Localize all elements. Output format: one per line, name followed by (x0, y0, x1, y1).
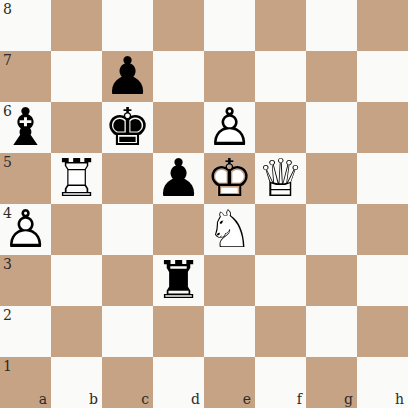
square-h2[interactable] (357, 306, 408, 357)
rank-label-7: 7 (3, 53, 12, 67)
piece-outline: ♔ (204, 153, 255, 204)
white-king-e5[interactable]: ♚♔ (204, 153, 255, 204)
square-b2[interactable] (51, 306, 102, 357)
square-g3[interactable] (306, 255, 357, 306)
square-h7[interactable] (357, 51, 408, 102)
square-h8[interactable] (357, 0, 408, 51)
square-g4[interactable] (306, 204, 357, 255)
square-f8[interactable] (255, 0, 306, 51)
piece-outline: ♖ (51, 153, 102, 204)
square-h3[interactable] (357, 255, 408, 306)
square-c1[interactable]: c (102, 357, 153, 408)
square-d5[interactable]: ♟ (153, 153, 204, 204)
white-queen-f5[interactable]: ♛♕ (255, 153, 306, 204)
file-label-g: g (344, 392, 353, 406)
square-h4[interactable] (357, 204, 408, 255)
white-pawn-a4[interactable]: ♟♙ (0, 204, 51, 255)
file-label-f: f (297, 392, 302, 406)
rank-label-1: 1 (3, 359, 12, 373)
square-c3[interactable] (102, 255, 153, 306)
square-e3[interactable] (204, 255, 255, 306)
rank-label-3: 3 (3, 257, 12, 271)
square-a1[interactable]: 1a (0, 357, 51, 408)
black-rook-d3[interactable]: ♜ (153, 255, 204, 306)
square-h5[interactable] (357, 153, 408, 204)
square-a5[interactable]: 5 (0, 153, 51, 204)
black-pawn-c7[interactable]: ♟ (102, 51, 153, 102)
file-label-a: a (39, 392, 47, 406)
square-a8[interactable]: 8 (0, 0, 51, 51)
piece-outline: ♙ (204, 102, 255, 153)
black-bishop-a6[interactable]: ♝ (0, 102, 51, 153)
white-pawn-e6[interactable]: ♟♙ (204, 102, 255, 153)
square-f3[interactable] (255, 255, 306, 306)
square-f1[interactable]: f (255, 357, 306, 408)
square-f4[interactable] (255, 204, 306, 255)
square-b4[interactable] (51, 204, 102, 255)
square-d1[interactable]: d (153, 357, 204, 408)
file-label-h: h (395, 392, 404, 406)
square-c2[interactable] (102, 306, 153, 357)
square-d6[interactable] (153, 102, 204, 153)
file-label-b: b (89, 392, 98, 406)
piece-outline: ♘ (204, 204, 255, 255)
square-d3[interactable]: ♜ (153, 255, 204, 306)
rank-label-2: 2 (3, 308, 12, 322)
square-g8[interactable] (306, 0, 357, 51)
square-d7[interactable] (153, 51, 204, 102)
rank-label-5: 5 (3, 155, 12, 169)
square-e7[interactable] (204, 51, 255, 102)
chess-board: 87♟6♝♚♟♙5♜♖♟♚♔♛♕4♟♙♞♘3♜21abcdefgh (0, 0, 408, 408)
square-g1[interactable]: g (306, 357, 357, 408)
square-c5[interactable] (102, 153, 153, 204)
square-b6[interactable] (51, 102, 102, 153)
square-g2[interactable] (306, 306, 357, 357)
square-a2[interactable]: 2 (0, 306, 51, 357)
square-c8[interactable] (102, 0, 153, 51)
file-label-c: c (141, 392, 149, 406)
square-b8[interactable] (51, 0, 102, 51)
square-a3[interactable]: 3 (0, 255, 51, 306)
square-g6[interactable] (306, 102, 357, 153)
square-c4[interactable] (102, 204, 153, 255)
square-a7[interactable]: 7 (0, 51, 51, 102)
square-b3[interactable] (51, 255, 102, 306)
square-d2[interactable] (153, 306, 204, 357)
square-e1[interactable]: e (204, 357, 255, 408)
square-a6[interactable]: 6♝ (0, 102, 51, 153)
file-label-e: e (243, 392, 251, 406)
file-label-d: d (191, 392, 200, 406)
square-f5[interactable]: ♛♕ (255, 153, 306, 204)
rank-label-8: 8 (3, 2, 12, 16)
white-knight-e4[interactable]: ♞♘ (204, 204, 255, 255)
black-king-c6[interactable]: ♚ (102, 102, 153, 153)
square-h6[interactable] (357, 102, 408, 153)
square-g5[interactable] (306, 153, 357, 204)
square-e4[interactable]: ♞♘ (204, 204, 255, 255)
square-e8[interactable] (204, 0, 255, 51)
piece-outline: ♙ (0, 204, 51, 255)
square-c7[interactable]: ♟ (102, 51, 153, 102)
square-e2[interactable] (204, 306, 255, 357)
square-c6[interactable]: ♚ (102, 102, 153, 153)
square-f7[interactable] (255, 51, 306, 102)
square-a4[interactable]: 4♟♙ (0, 204, 51, 255)
piece-outline: ♕ (255, 153, 306, 204)
square-b7[interactable] (51, 51, 102, 102)
square-b1[interactable]: b (51, 357, 102, 408)
square-g7[interactable] (306, 51, 357, 102)
square-f2[interactable] (255, 306, 306, 357)
square-b5[interactable]: ♜♖ (51, 153, 102, 204)
black-pawn-d5[interactable]: ♟ (153, 153, 204, 204)
square-e5[interactable]: ♚♔ (204, 153, 255, 204)
square-d8[interactable] (153, 0, 204, 51)
square-e6[interactable]: ♟♙ (204, 102, 255, 153)
white-rook-b5[interactable]: ♜♖ (51, 153, 102, 204)
square-h1[interactable]: h (357, 357, 408, 408)
square-f6[interactable] (255, 102, 306, 153)
square-d4[interactable] (153, 204, 204, 255)
